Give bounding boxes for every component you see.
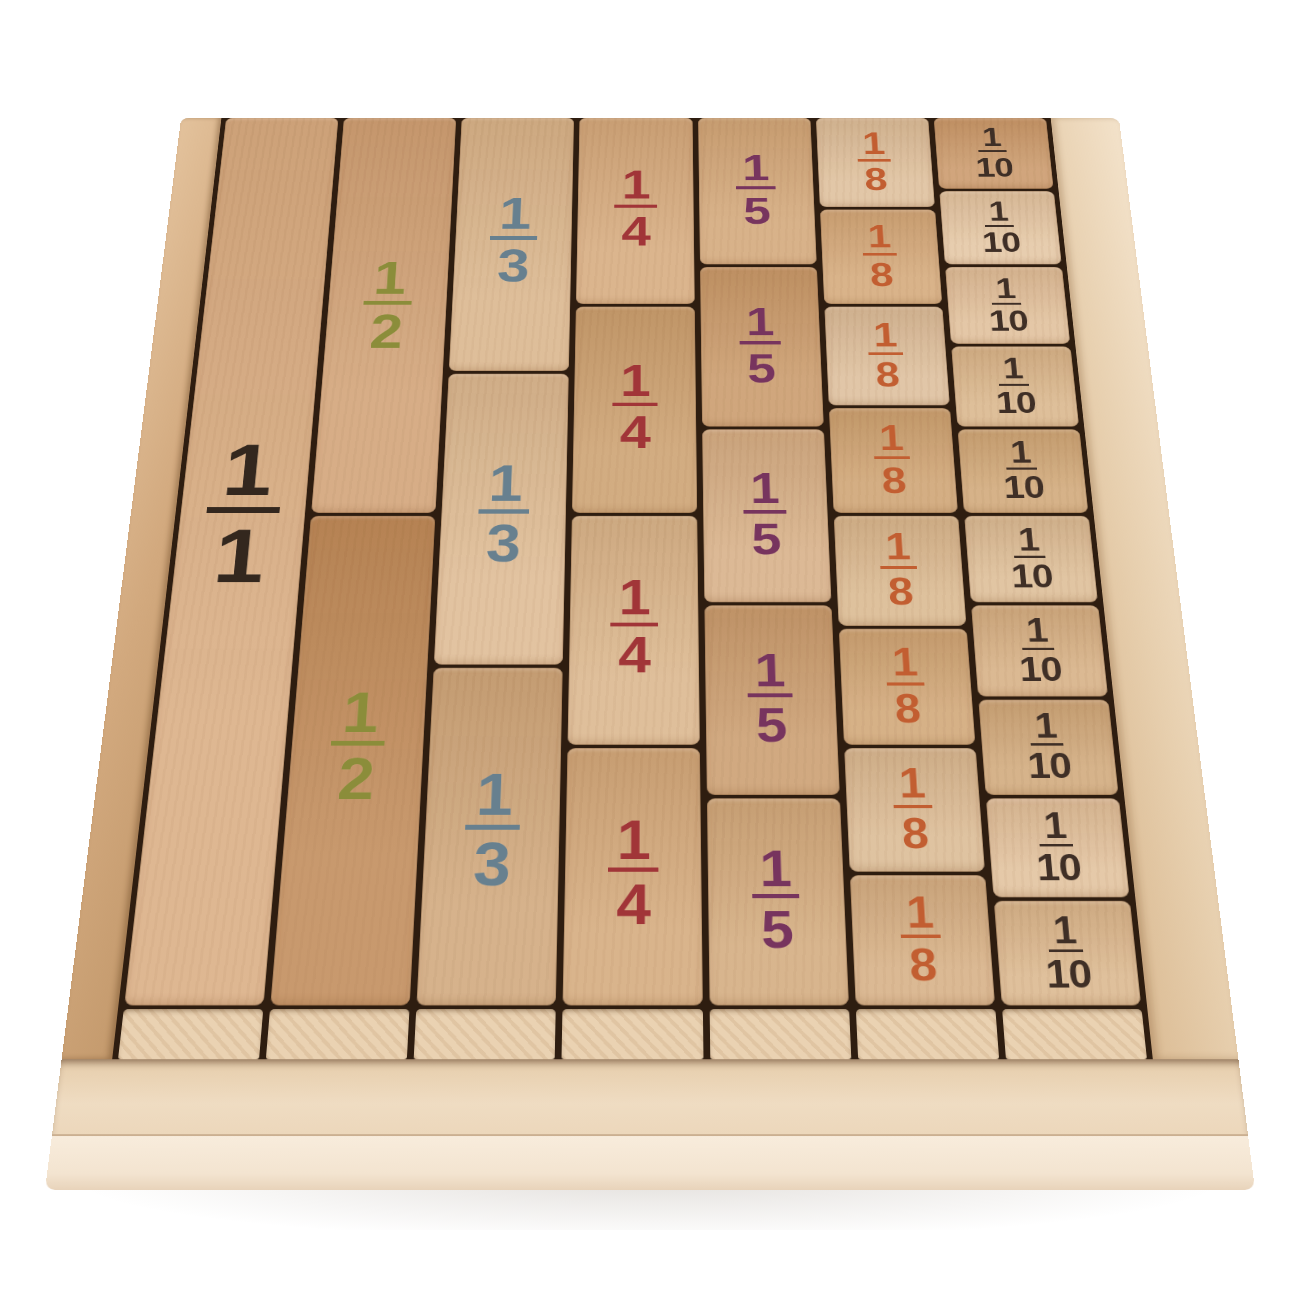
fraction-block-quarters-2[interactable]: 14 (572, 306, 697, 512)
numerator: 1 (1004, 438, 1037, 469)
denominator: 5 (743, 189, 771, 230)
fraction-label-thirds-3: 13 (463, 768, 522, 895)
denominator: 1 (211, 513, 267, 594)
denominator: 2 (336, 746, 375, 809)
numerator: 1 (735, 150, 776, 189)
numerator: 1 (466, 768, 522, 830)
fraction-block-fifths-3[interactable]: 15 (702, 429, 831, 602)
fraction-block-quarters-3[interactable]: 14 (568, 515, 700, 745)
numerator: 1 (856, 129, 891, 161)
fraction-label-quarters-4: 14 (607, 815, 658, 933)
denominator: 4 (620, 406, 650, 455)
fraction-block-tenths-10[interactable]: 110 (994, 901, 1142, 1005)
bar-endgrain-halves (266, 1009, 410, 1059)
numerator: 1 (742, 468, 786, 514)
fraction-label-tenths-4: 110 (992, 355, 1037, 417)
bar-endgrain-quarters (562, 1009, 703, 1059)
product-photo-background: 1112121313131414141415151515151818181818… (0, 0, 1300, 1300)
fraction-block-quarters-1[interactable]: 14 (576, 118, 694, 304)
numerator: 1 (990, 276, 1022, 305)
fraction-block-tenths-8[interactable]: 110 (978, 700, 1118, 795)
fraction-label-tenths-5: 110 (999, 438, 1045, 503)
numerator: 1 (983, 199, 1014, 227)
perspective-scene: 1112121313131414141415151515151818181818… (45, 118, 1255, 1190)
denominator: 10 (1002, 470, 1045, 503)
fraction-block-tenths-7[interactable]: 110 (971, 605, 1108, 696)
numerator: 1 (610, 575, 657, 626)
fraction-block-tenths-4[interactable]: 110 (951, 347, 1079, 427)
fraction-block-tenths-5[interactable]: 110 (957, 429, 1088, 512)
fraction-label-eighths-7: 18 (891, 764, 935, 854)
fraction-label-halves-2: 12 (326, 686, 388, 808)
fraction-label-tenths-9: 110 (1032, 809, 1083, 886)
numerator: 1 (751, 844, 800, 899)
fraction-block-eighths-7[interactable]: 18 (844, 748, 985, 871)
denominator: 10 (1026, 746, 1072, 784)
fraction-block-eighths-3[interactable]: 18 (824, 306, 950, 405)
fraction-block-fifths-2[interactable]: 15 (700, 267, 824, 426)
denominator: 10 (1044, 952, 1093, 994)
denominator: 10 (1035, 846, 1083, 886)
fraction-label-quarters-3: 14 (610, 575, 658, 680)
fraction-block-eighths-6[interactable]: 18 (839, 629, 976, 745)
fraction-label-fifths-5: 15 (751, 844, 802, 956)
denominator: 8 (864, 161, 888, 195)
numerator: 1 (207, 437, 287, 513)
denominator: 10 (1010, 558, 1054, 593)
bar-endgrain-whole (118, 1009, 263, 1059)
numerator: 1 (331, 686, 388, 745)
board-well: 1112121313131414141415151515151818181818… (112, 118, 1153, 1059)
fraction-block-eighths-1[interactable]: 18 (816, 118, 935, 208)
numerator: 1 (891, 764, 932, 808)
denominator: 8 (869, 256, 894, 291)
fraction-label-tenths-6: 110 (1007, 525, 1054, 593)
fraction-label-fifths-3: 15 (742, 468, 788, 562)
numerator: 1 (614, 166, 657, 208)
bar-endgrain-eighths (856, 1009, 999, 1059)
numerator: 1 (997, 355, 1030, 385)
numerator: 1 (878, 530, 917, 569)
fraction-block-thirds-2[interactable]: 13 (434, 374, 569, 665)
fraction-label-eighths-1: 18 (856, 129, 893, 195)
numerator: 1 (739, 303, 782, 345)
numerator: 1 (479, 460, 531, 513)
denominator: 5 (747, 345, 776, 389)
fraction-label-whole-1: 11 (198, 437, 287, 594)
fraction-label-tenths-1: 110 (972, 126, 1014, 181)
fraction-block-quarters-4[interactable]: 14 (563, 748, 703, 1005)
fraction-label-thirds-1: 13 (488, 193, 538, 288)
numerator: 1 (1046, 912, 1084, 951)
denominator: 10 (1018, 650, 1063, 686)
fraction-label-quarters-1: 14 (614, 166, 657, 251)
numerator: 1 (1012, 525, 1046, 558)
fraction-block-eighths-2[interactable]: 18 (820, 210, 942, 304)
fraction-label-tenths-8: 110 (1023, 710, 1073, 784)
fraction-block-fifths-1[interactable]: 15 (698, 118, 817, 265)
fraction-label-fifths-2: 15 (739, 303, 783, 389)
tray-front-rail-top-surface (52, 1059, 1248, 1134)
denominator: 10 (981, 227, 1022, 256)
bar-endgrain-fifths (709, 1009, 851, 1059)
fraction-label-tenths-2: 110 (979, 199, 1022, 256)
bar-endgrain-tenths (1002, 1009, 1147, 1059)
numerator: 1 (1028, 710, 1064, 746)
denominator: 8 (908, 938, 938, 987)
fraction-label-thirds-2: 13 (476, 460, 530, 569)
numerator: 1 (885, 644, 925, 686)
fraction-label-tenths-7: 110 (1015, 615, 1063, 686)
denominator: 3 (496, 240, 529, 289)
denominator: 4 (618, 626, 650, 680)
tray-well-row: 1112121313131414141415151515151818181818… (62, 118, 1239, 1059)
denominator: 4 (616, 872, 649, 933)
numerator: 1 (861, 222, 897, 256)
numerator: 1 (867, 319, 904, 354)
denominator: 5 (751, 513, 781, 561)
fraction-label-fifths-1: 15 (735, 150, 777, 230)
fraction-label-eighths-8: 18 (898, 892, 944, 988)
numerator: 1 (490, 193, 538, 239)
tray-front-rail (45, 1059, 1255, 1190)
fraction-block-fifths-4[interactable]: 15 (704, 605, 840, 794)
numerator: 1 (872, 422, 910, 459)
fraction-block-tenths-3[interactable]: 110 (945, 267, 1070, 344)
denominator: 8 (893, 685, 921, 729)
numerator: 1 (898, 892, 941, 939)
fraction-board-tray: 1112121313131414141415151515151818181818… (45, 118, 1255, 1190)
fraction-label-eighths-4: 18 (872, 422, 913, 499)
denominator: 10 (995, 385, 1037, 417)
denominator: 8 (881, 459, 907, 498)
denominator: 4 (621, 208, 649, 252)
numerator: 1 (977, 126, 1007, 153)
numerator: 1 (1020, 615, 1055, 649)
fraction-label-quarters-2: 14 (612, 360, 658, 455)
fraction-label-eighths-6: 18 (885, 644, 928, 729)
denominator: 3 (472, 829, 510, 894)
fraction-label-tenths-3: 110 (985, 276, 1029, 336)
denominator: 8 (887, 569, 914, 610)
numerator: 1 (612, 360, 657, 406)
fraction-label-tenths-10: 110 (1041, 912, 1093, 993)
bar-endgrain-thirds (414, 1009, 556, 1059)
fraction-label-fifths-4: 15 (746, 647, 794, 750)
denominator: 10 (974, 152, 1014, 180)
fraction-block-eighths-8[interactable]: 18 (850, 875, 995, 1006)
tray-front-rail-face (45, 1134, 1255, 1190)
numerator: 1 (746, 647, 793, 697)
denominator: 2 (368, 305, 403, 355)
denominator: 8 (875, 355, 900, 392)
fraction-label-eighths-3: 18 (867, 319, 906, 392)
fraction-block-tenths-9[interactable]: 110 (986, 798, 1130, 898)
fraction-block-thirds-1[interactable]: 13 (449, 118, 574, 371)
fraction-label-eighths-5: 18 (878, 530, 920, 611)
fraction-block-eighths-4[interactable]: 18 (829, 408, 958, 512)
denominator: 8 (901, 808, 930, 854)
numerator: 1 (364, 257, 415, 305)
denominator: 3 (485, 513, 520, 569)
fraction-block-eighths-5[interactable]: 18 (833, 515, 966, 625)
fraction-block-thirds-3[interactable]: 13 (417, 668, 563, 1006)
fraction-block-tenths-2[interactable]: 110 (939, 191, 1062, 265)
fraction-block-tenths-6[interactable]: 110 (964, 515, 1098, 602)
numerator: 1 (1037, 809, 1074, 847)
numerator: 1 (608, 815, 658, 872)
column-quarters: 14141414 (562, 118, 703, 1059)
fraction-block-fifths-5[interactable]: 15 (706, 798, 848, 1006)
denominator: 5 (755, 697, 786, 750)
denominator: 5 (760, 899, 793, 957)
fraction-label-eighths-2: 18 (861, 222, 899, 291)
denominator: 10 (988, 305, 1029, 336)
fraction-block-tenths-1[interactable]: 110 (934, 118, 1054, 189)
fraction-label-halves-1: 12 (360, 257, 415, 355)
